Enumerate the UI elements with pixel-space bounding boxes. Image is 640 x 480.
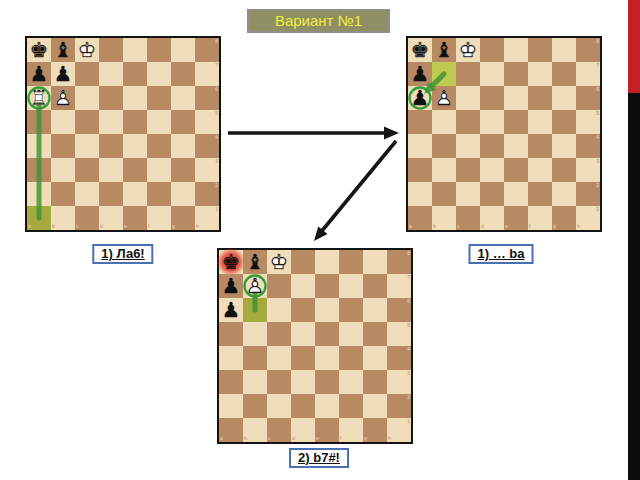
square-g4: [171, 134, 195, 158]
square-a2: [219, 394, 243, 418]
square-b1: b: [51, 206, 75, 230]
rank-coordinate: 7: [215, 63, 218, 68]
square-f5: [528, 110, 552, 134]
square-d6: [291, 298, 315, 322]
square-d7: [291, 274, 315, 298]
rank-coordinate: 6: [215, 87, 218, 92]
square-c8: [75, 38, 99, 62]
rank-coordinate: 5: [407, 323, 410, 328]
square-b4: [51, 134, 75, 158]
rank-coordinate: 7: [596, 63, 599, 68]
rank-coordinate: 2: [215, 183, 218, 188]
square-f6: [339, 298, 363, 322]
square-h8: 8: [387, 250, 411, 274]
square-g8: [363, 250, 387, 274]
square-g8: [552, 38, 576, 62]
square-c7: [267, 274, 291, 298]
rank-coordinate: 8: [407, 251, 410, 256]
square-b1: b: [243, 418, 267, 442]
square-g2: [363, 394, 387, 418]
square-f2: [339, 394, 363, 418]
square-e1: e: [123, 206, 147, 230]
square-f1: f: [339, 418, 363, 442]
square-d5: [99, 110, 123, 134]
square-b7: [432, 62, 456, 86]
file-coordinate: c: [268, 436, 271, 441]
square-a6: [219, 298, 243, 322]
rank-coordinate: 1: [215, 207, 218, 212]
square-b8: [243, 250, 267, 274]
rank-coordinate: 3: [596, 159, 599, 164]
square-h5: 5: [576, 110, 600, 134]
square-d8: [99, 38, 123, 62]
rank-coordinate: 7: [407, 275, 410, 280]
square-f1: f: [147, 206, 171, 230]
square-g7: [363, 274, 387, 298]
square-a6: [408, 86, 432, 110]
square-e7: [504, 62, 528, 86]
file-coordinate: d: [292, 436, 295, 441]
file-coordinate: a: [28, 224, 31, 229]
square-d5: [480, 110, 504, 134]
square-h1: h1: [576, 206, 600, 230]
square-e1: e: [315, 418, 339, 442]
square-a1: a: [408, 206, 432, 230]
square-d1: d: [480, 206, 504, 230]
square-e1: e: [504, 206, 528, 230]
move-label-2: 1) … ba: [469, 244, 534, 264]
square-a4: [408, 134, 432, 158]
square-e7: [315, 274, 339, 298]
square-f7: [528, 62, 552, 86]
square-g2: [552, 182, 576, 206]
file-coordinate: e: [505, 224, 508, 229]
square-a3: [408, 158, 432, 182]
square-c5: [75, 110, 99, 134]
square-g8: [171, 38, 195, 62]
file-coordinate: a: [220, 436, 223, 441]
square-h3: 3: [195, 158, 219, 182]
square-h5: 5: [195, 110, 219, 134]
square-c4: [267, 346, 291, 370]
square-e3: [123, 158, 147, 182]
square-d7: [480, 62, 504, 86]
edge-stripe-red: [628, 0, 640, 93]
square-f7: [339, 274, 363, 298]
square-f6: [528, 86, 552, 110]
square-f4: [339, 346, 363, 370]
square-b5: [51, 110, 75, 134]
file-coordinate: f: [529, 224, 530, 229]
rank-coordinate: 4: [215, 135, 218, 140]
square-d8: [480, 38, 504, 62]
square-h7: 7: [195, 62, 219, 86]
file-coordinate: h: [388, 436, 391, 441]
rank-coordinate: 3: [407, 371, 410, 376]
file-coordinate: d: [100, 224, 103, 229]
square-b1: b: [432, 206, 456, 230]
square-f3: [147, 158, 171, 182]
square-a7: [27, 62, 51, 86]
rank-coordinate: 5: [215, 111, 218, 116]
square-f4: [147, 134, 171, 158]
square-e8: [123, 38, 147, 62]
square-h7: 7: [387, 274, 411, 298]
square-a3: [27, 158, 51, 182]
square-b5: [243, 322, 267, 346]
square-c3: [75, 158, 99, 182]
square-e5: [123, 110, 147, 134]
square-c3: [267, 370, 291, 394]
square-f7: [147, 62, 171, 86]
rank-coordinate: 2: [596, 183, 599, 188]
square-h2: 2: [576, 182, 600, 206]
square-b3: [243, 370, 267, 394]
square-g2: [171, 182, 195, 206]
board-after-ra6: 8765432abcdefgh1 ♚♝♚♔♟♟♜♖♟♙: [25, 36, 221, 232]
file-coordinate: h: [577, 224, 580, 229]
board-after-bxa6: 8765432abcdefgh1 ♚♝♚♔♟♟♟♙: [406, 36, 602, 232]
file-coordinate: e: [316, 436, 319, 441]
square-g6: [552, 86, 576, 110]
file-coordinate: c: [76, 224, 79, 229]
square-g6: [363, 298, 387, 322]
square-b4: [432, 134, 456, 158]
square-g1: g: [363, 418, 387, 442]
file-coordinate: g: [553, 224, 556, 229]
square-d6: [480, 86, 504, 110]
square-e5: [315, 322, 339, 346]
square-f2: [528, 182, 552, 206]
square-h2: 2: [387, 394, 411, 418]
move-label-3: 2) b7#!: [289, 448, 349, 468]
square-a5: [27, 110, 51, 134]
board-grid: 8765432abcdefgh1: [219, 250, 411, 442]
file-coordinate: a: [409, 224, 412, 229]
square-a2: [408, 182, 432, 206]
square-e8: [504, 38, 528, 62]
square-g5: [552, 110, 576, 134]
square-b6: [243, 298, 267, 322]
square-b8: [432, 38, 456, 62]
square-g4: [552, 134, 576, 158]
file-coordinate: g: [364, 436, 367, 441]
square-a4: [219, 346, 243, 370]
square-c2: [75, 182, 99, 206]
rank-coordinate: 5: [596, 111, 599, 116]
square-b8: [51, 38, 75, 62]
square-e6: [123, 86, 147, 110]
square-e6: [504, 86, 528, 110]
square-c4: [456, 134, 480, 158]
square-c2: [456, 182, 480, 206]
square-h4: 4: [387, 346, 411, 370]
square-a1: a: [27, 206, 51, 230]
square-e4: [315, 346, 339, 370]
square-h3: 3: [387, 370, 411, 394]
square-c8: [267, 250, 291, 274]
square-g7: [171, 62, 195, 86]
square-d1: d: [99, 206, 123, 230]
square-c7: [456, 62, 480, 86]
square-g3: [171, 158, 195, 182]
square-c5: [267, 322, 291, 346]
file-coordinate: g: [172, 224, 175, 229]
square-d2: [480, 182, 504, 206]
square-b2: [51, 182, 75, 206]
rank-coordinate: 3: [215, 159, 218, 164]
square-h1: h1: [195, 206, 219, 230]
square-f8: [147, 38, 171, 62]
square-c6: [267, 298, 291, 322]
square-h1: h1: [387, 418, 411, 442]
square-g6: [171, 86, 195, 110]
square-h7: 7: [576, 62, 600, 86]
square-f3: [528, 158, 552, 182]
square-h8: 8: [195, 38, 219, 62]
board-grid: 8765432abcdefgh1: [27, 38, 219, 230]
square-b6: [432, 86, 456, 110]
file-coordinate: b: [433, 224, 436, 229]
square-d4: [99, 134, 123, 158]
square-h6: 6: [576, 86, 600, 110]
square-d3: [291, 370, 315, 394]
rank-coordinate: 4: [596, 135, 599, 140]
board-mate: 8765432abcdefgh1 ♚♝♚♔♟♟♙♟: [217, 248, 413, 444]
square-d3: [480, 158, 504, 182]
square-g3: [363, 370, 387, 394]
square-f8: [528, 38, 552, 62]
rank-coordinate: 8: [596, 39, 599, 44]
square-f6: [147, 86, 171, 110]
square-c4: [75, 134, 99, 158]
square-a8: [219, 250, 243, 274]
square-c7: [75, 62, 99, 86]
rank-coordinate: 1: [596, 207, 599, 212]
square-e6: [315, 298, 339, 322]
square-h4: 4: [576, 134, 600, 158]
square-f2: [147, 182, 171, 206]
square-e2: [315, 394, 339, 418]
square-d2: [99, 182, 123, 206]
rank-coordinate: 2: [407, 395, 410, 400]
rank-coordinate: 1: [407, 419, 410, 424]
square-d8: [291, 250, 315, 274]
file-coordinate: b: [244, 436, 247, 441]
square-f3: [339, 370, 363, 394]
square-a7: [219, 274, 243, 298]
rank-coordinate: 8: [215, 39, 218, 44]
square-c1: c: [75, 206, 99, 230]
square-h8: 8: [576, 38, 600, 62]
arrow-right-icon: [228, 127, 399, 140]
square-a2: [27, 182, 51, 206]
square-d4: [480, 134, 504, 158]
file-coordinate: h: [196, 224, 199, 229]
square-a5: [408, 110, 432, 134]
square-e8: [315, 250, 339, 274]
square-a4: [27, 134, 51, 158]
square-e2: [123, 182, 147, 206]
square-e3: [315, 370, 339, 394]
square-b3: [432, 158, 456, 182]
title-badge: Вариант №1: [247, 9, 390, 33]
square-d7: [99, 62, 123, 86]
square-a7: [408, 62, 432, 86]
square-e4: [123, 134, 147, 158]
square-c2: [267, 394, 291, 418]
square-g5: [171, 110, 195, 134]
file-coordinate: e: [124, 224, 127, 229]
square-f5: [339, 322, 363, 346]
square-e4: [504, 134, 528, 158]
file-coordinate: d: [481, 224, 484, 229]
square-c1: c: [267, 418, 291, 442]
file-coordinate: f: [340, 436, 341, 441]
square-b7: [243, 274, 267, 298]
square-b3: [51, 158, 75, 182]
square-h4: 4: [195, 134, 219, 158]
square-g5: [363, 322, 387, 346]
square-a8: [27, 38, 51, 62]
file-coordinate: f: [148, 224, 149, 229]
square-f8: [339, 250, 363, 274]
square-g3: [552, 158, 576, 182]
square-b7: [51, 62, 75, 86]
square-c8: [456, 38, 480, 62]
square-d2: [291, 394, 315, 418]
square-f5: [147, 110, 171, 134]
square-f1: f: [528, 206, 552, 230]
square-h6: 6: [387, 298, 411, 322]
checkmate-glow: [217, 248, 245, 276]
square-c6: [75, 86, 99, 110]
square-b2: [243, 394, 267, 418]
square-b5: [432, 110, 456, 134]
rank-coordinate: 6: [407, 299, 410, 304]
file-coordinate: c: [457, 224, 460, 229]
square-e2: [504, 182, 528, 206]
square-d5: [291, 322, 315, 346]
flow-arrows: [225, 110, 405, 250]
square-h5: 5: [387, 322, 411, 346]
square-g7: [552, 62, 576, 86]
square-h3: 3: [576, 158, 600, 182]
board-grid: 8765432abcdefgh1: [408, 38, 600, 230]
square-c3: [456, 158, 480, 182]
square-h2: 2: [195, 182, 219, 206]
rank-coordinate: 4: [407, 347, 410, 352]
square-a5: [219, 322, 243, 346]
square-a3: [219, 370, 243, 394]
edge-stripe-black: [628, 93, 640, 480]
square-e3: [504, 158, 528, 182]
square-c5: [456, 110, 480, 134]
square-a8: [408, 38, 432, 62]
square-d4: [291, 346, 315, 370]
square-c1: c: [456, 206, 480, 230]
arrow-down-left-icon: [314, 141, 396, 241]
square-g4: [363, 346, 387, 370]
square-g1: g: [171, 206, 195, 230]
square-c6: [456, 86, 480, 110]
square-a6: [27, 86, 51, 110]
square-d1: d: [291, 418, 315, 442]
square-h6: 6: [195, 86, 219, 110]
move-label-1: 1) Ла6!: [92, 244, 153, 264]
square-d6: [99, 86, 123, 110]
rank-coordinate: 6: [596, 87, 599, 92]
square-b4: [243, 346, 267, 370]
square-d3: [99, 158, 123, 182]
square-b2: [432, 182, 456, 206]
square-g1: g: [552, 206, 576, 230]
square-f4: [528, 134, 552, 158]
square-e5: [504, 110, 528, 134]
square-e7: [123, 62, 147, 86]
square-b6: [51, 86, 75, 110]
file-coordinate: b: [52, 224, 55, 229]
square-a1: a: [219, 418, 243, 442]
